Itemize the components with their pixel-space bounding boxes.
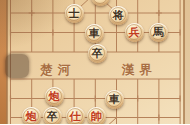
piece-red-cannon-b[interactable]: 炮 xyxy=(22,107,41,125)
xiangqi-board[interactable]: 楚河 漢界 士将車兵馬卒炮車炮卒仕帥 xyxy=(0,0,190,124)
piece-red-advisor[interactable]: 仕 xyxy=(66,107,85,125)
piece-red-cannon-a[interactable]: 炮 xyxy=(45,87,64,106)
piece-black-advisor[interactable]: 士 xyxy=(65,4,84,23)
piece-black-soldier-b[interactable]: 卒 xyxy=(43,107,62,125)
piece-black-chariot-a[interactable]: 車 xyxy=(85,24,104,43)
piece-label: 馬 xyxy=(153,23,164,42)
piece-label: 帥 xyxy=(91,107,102,125)
piece-black-general[interactable]: 将 xyxy=(109,6,128,25)
piece-black-soldier-a[interactable]: 卒 xyxy=(88,44,107,63)
piece-label: 仕 xyxy=(70,107,81,125)
piece-black-chariot-b[interactable]: 車 xyxy=(105,90,124,109)
piece-label: 車 xyxy=(89,24,100,43)
piece-red-soldier[interactable]: 兵 xyxy=(125,23,144,42)
piece-partial-top[interactable] xyxy=(91,0,110,6)
piece-black-horse[interactable]: 馬 xyxy=(149,23,168,42)
pieces-layer: 士将車兵馬卒炮車炮卒仕帥 xyxy=(0,0,190,124)
piece-label: 卒 xyxy=(47,107,58,125)
piece-label: 兵 xyxy=(129,23,140,42)
piece-label: 将 xyxy=(113,6,124,25)
piece-label: 炮 xyxy=(26,107,37,125)
piece-label: 士 xyxy=(69,4,80,23)
piece-label: 車 xyxy=(109,90,120,109)
piece-label: 卒 xyxy=(92,44,103,63)
piece-red-general[interactable]: 帥 xyxy=(87,107,106,125)
piece-label: 炮 xyxy=(49,87,60,106)
